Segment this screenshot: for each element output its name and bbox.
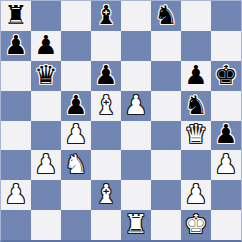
square-a6[interactable] — [1, 61, 31, 91]
square-b4[interactable] — [31, 121, 61, 151]
square-h4[interactable]: ♟ — [211, 121, 241, 151]
square-c7[interactable] — [61, 31, 91, 61]
square-d1[interactable] — [91, 210, 121, 240]
square-f3[interactable] — [151, 150, 181, 180]
square-c5[interactable]: ♟ — [61, 91, 91, 121]
square-f1[interactable] — [151, 210, 181, 240]
square-b7[interactable]: ♟ — [31, 31, 61, 61]
square-e8[interactable] — [121, 1, 151, 31]
white-pawn-a2[interactable]: ♟ — [4, 181, 27, 207]
square-c8[interactable] — [61, 1, 91, 31]
square-b5[interactable] — [31, 91, 61, 121]
square-b8[interactable] — [31, 1, 61, 31]
black-king-h6[interactable]: ♚ — [214, 62, 237, 88]
square-d4[interactable] — [91, 121, 121, 151]
black-queen-b6[interactable]: ♛ — [34, 62, 57, 88]
white-pawn-e5[interactable]: ♟ — [124, 92, 147, 118]
black-pawn-h4[interactable]: ♟ — [214, 121, 237, 147]
square-d5[interactable]: ♝ — [91, 91, 121, 121]
square-h7[interactable] — [211, 31, 241, 61]
square-c6[interactable] — [61, 61, 91, 91]
square-a3[interactable] — [1, 150, 31, 180]
square-a8[interactable]: ♜ — [1, 1, 31, 31]
black-pawn-d6[interactable]: ♟ — [94, 62, 117, 88]
square-f4[interactable] — [151, 121, 181, 151]
square-a4[interactable] — [1, 121, 31, 151]
square-e2[interactable] — [121, 180, 151, 210]
square-g1[interactable]: ♚ — [181, 210, 211, 240]
square-a5[interactable] — [1, 91, 31, 121]
square-f5[interactable] — [151, 91, 181, 121]
square-g5[interactable]: ♞ — [181, 91, 211, 121]
square-g8[interactable] — [181, 1, 211, 31]
square-g2[interactable]: ♟ — [181, 180, 211, 210]
square-b2[interactable] — [31, 180, 61, 210]
black-pawn-c5[interactable]: ♟ — [64, 92, 87, 118]
black-bishop-d8[interactable]: ♝ — [94, 2, 117, 28]
square-h1[interactable] — [211, 210, 241, 240]
square-e5[interactable]: ♟ — [121, 91, 151, 121]
square-a1[interactable] — [1, 210, 31, 240]
square-e3[interactable] — [121, 150, 151, 180]
white-pawn-b3[interactable]: ♟ — [34, 151, 57, 177]
square-e6[interactable] — [121, 61, 151, 91]
white-knight-c3[interactable]: ♞ — [64, 151, 87, 177]
square-b6[interactable]: ♛ — [31, 61, 61, 91]
square-d3[interactable] — [91, 150, 121, 180]
black-pawn-b7[interactable]: ♟ — [34, 32, 57, 58]
square-e1[interactable]: ♜ — [121, 210, 151, 240]
white-pawn-h3[interactable]: ♟ — [214, 151, 237, 177]
black-pawn-g6[interactable]: ♟ — [184, 62, 207, 88]
square-f8[interactable]: ♞ — [151, 1, 181, 31]
square-e4[interactable] — [121, 121, 151, 151]
black-knight-g5[interactable]: ♞ — [184, 92, 207, 118]
square-h8[interactable] — [211, 1, 241, 31]
square-g7[interactable] — [181, 31, 211, 61]
white-pawn-g2[interactable]: ♟ — [184, 181, 207, 207]
black-pawn-a7[interactable]: ♟ — [4, 32, 27, 58]
square-f2[interactable] — [151, 180, 181, 210]
black-knight-f8[interactable]: ♞ — [154, 2, 177, 28]
square-c1[interactable] — [61, 210, 91, 240]
black-rook-a8[interactable]: ♜ — [4, 2, 27, 28]
square-f7[interactable] — [151, 31, 181, 61]
white-bishop-d5[interactable]: ♝ — [94, 92, 117, 118]
chess-board-frame: ♜♝♞♟♟♛♟♟♚♟♝♟♞♟♛♟♟♞♟♟♝♟♜♚ — [0, 0, 242, 242]
chess-board: ♜♝♞♟♟♛♟♟♚♟♝♟♞♟♛♟♟♞♟♟♝♟♜♚ — [1, 1, 241, 240]
white-king-g1[interactable]: ♚ — [184, 211, 207, 237]
white-rook-e1[interactable]: ♜ — [124, 211, 147, 237]
square-c4[interactable]: ♟ — [61, 121, 91, 151]
square-g6[interactable]: ♟ — [181, 61, 211, 91]
square-a2[interactable]: ♟ — [1, 180, 31, 210]
square-b3[interactable]: ♟ — [31, 150, 61, 180]
square-f6[interactable] — [151, 61, 181, 91]
square-c2[interactable] — [61, 180, 91, 210]
square-b1[interactable] — [31, 210, 61, 240]
square-a7[interactable]: ♟ — [1, 31, 31, 61]
square-h2[interactable] — [211, 180, 241, 210]
square-d8[interactable]: ♝ — [91, 1, 121, 31]
square-c3[interactable]: ♞ — [61, 150, 91, 180]
square-h5[interactable] — [211, 91, 241, 121]
square-d6[interactable]: ♟ — [91, 61, 121, 91]
square-d7[interactable] — [91, 31, 121, 61]
square-h3[interactable]: ♟ — [211, 150, 241, 180]
square-h6[interactable]: ♚ — [211, 61, 241, 91]
white-queen-g4[interactable]: ♛ — [184, 121, 207, 147]
square-g4[interactable]: ♛ — [181, 121, 211, 151]
square-d2[interactable]: ♝ — [91, 180, 121, 210]
square-g3[interactable] — [181, 150, 211, 180]
white-pawn-c4[interactable]: ♟ — [64, 121, 87, 147]
white-bishop-d2[interactable]: ♝ — [94, 181, 117, 207]
square-e7[interactable] — [121, 31, 151, 61]
